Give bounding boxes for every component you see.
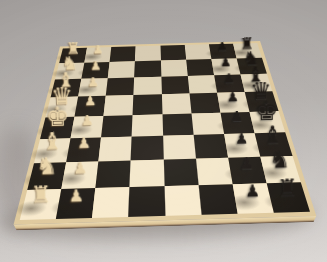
square-h2[interactable]: ♟	[56, 188, 96, 219]
square-h8[interactable]: ♜	[267, 182, 310, 213]
piece-white-king[interactable]: ♚	[42, 106, 72, 128]
square-e5[interactable]	[162, 113, 193, 135]
piece-black-pawn[interactable]: ♟	[212, 56, 238, 67]
chess-board: ♜♟♟♜♞♟♟♞♝♟♟♝♛♟♟♛♚♟♟♚♝♟♟♝♞♟♟♞♜♟♟♜	[14, 41, 317, 225]
square-h5[interactable]	[164, 185, 201, 216]
piece-white-knight[interactable]: ♞	[30, 156, 64, 176]
piece-black-pawn[interactable]: ♟	[225, 132, 257, 145]
scene: ♜♟♟♜♞♟♟♞♝♟♟♝♛♟♟♛♚♟♟♚♝♟♟♝♞♟♟♞♜♟♟♜	[0, 0, 327, 262]
square-f5[interactable]	[163, 135, 196, 160]
piece-white-bishop[interactable]: ♝	[37, 131, 69, 151]
piece-white-pawn[interactable]: ♟	[83, 60, 109, 71]
square-b3[interactable]	[108, 61, 135, 78]
square-c4[interactable]	[134, 77, 162, 96]
photo-stage: ♜♟♟♜♞♟♟♞♝♟♟♝♛♟♟♛♚♟♟♚♝♟♟♝♞♟♟♞♜♟♟♜	[0, 0, 327, 262]
piece-black-pawn[interactable]: ♟	[234, 184, 270, 199]
piece-white-pawn[interactable]: ♟	[80, 77, 107, 88]
piece-black-bishop[interactable]: ♝	[257, 125, 289, 145]
square-e4[interactable]	[132, 114, 163, 136]
piece-white-pawn[interactable]: ♟	[86, 45, 111, 55]
board-grid: ♜♟♟♜♞♟♟♞♝♟♟♝♛♟♟♛♚♟♟♚♝♟♟♝♞♟♟♞♜♟♟♜	[20, 43, 310, 220]
piece-white-pawn[interactable]: ♟	[72, 115, 102, 127]
piece-black-rook[interactable]: ♜	[269, 178, 305, 197]
square-f4[interactable]	[131, 136, 163, 161]
square-g3[interactable]	[96, 160, 131, 188]
square-f3[interactable]	[99, 136, 132, 161]
square-a4[interactable]	[135, 46, 160, 62]
square-d4[interactable]	[133, 95, 162, 115]
square-g5[interactable]	[163, 158, 198, 186]
square-e3[interactable]	[101, 115, 133, 137]
piece-black-pawn[interactable]: ♟	[230, 157, 264, 171]
square-b4[interactable]	[134, 61, 160, 78]
piece-black-pawn[interactable]: ♟	[218, 91, 247, 103]
square-a5[interactable]	[160, 45, 186, 61]
square-h3[interactable]	[92, 187, 130, 218]
square-d5[interactable]	[161, 94, 191, 114]
square-h4[interactable]	[129, 186, 165, 217]
square-a3[interactable]	[110, 46, 136, 62]
piece-white-rook[interactable]: ♜	[23, 185, 59, 204]
piece-white-pawn[interactable]: ♟	[76, 95, 105, 107]
square-b5[interactable]	[161, 60, 188, 77]
square-d3[interactable]	[104, 95, 134, 115]
piece-black-knight[interactable]: ♞	[263, 149, 297, 169]
piece-white-pawn[interactable]: ♟	[58, 189, 94, 204]
piece-black-king[interactable]: ♚	[251, 100, 281, 122]
piece-black-pawn[interactable]: ♟	[215, 73, 242, 84]
piece-white-pawn[interactable]: ♟	[64, 161, 98, 175]
square-c3[interactable]	[106, 78, 134, 97]
square-g4[interactable]	[130, 159, 164, 187]
square-c5[interactable]	[161, 76, 189, 94]
piece-black-pawn[interactable]: ♟	[222, 111, 252, 123]
piece-black-pawn[interactable]: ♟	[210, 41, 235, 51]
piece-white-pawn[interactable]: ♟	[68, 137, 100, 150]
